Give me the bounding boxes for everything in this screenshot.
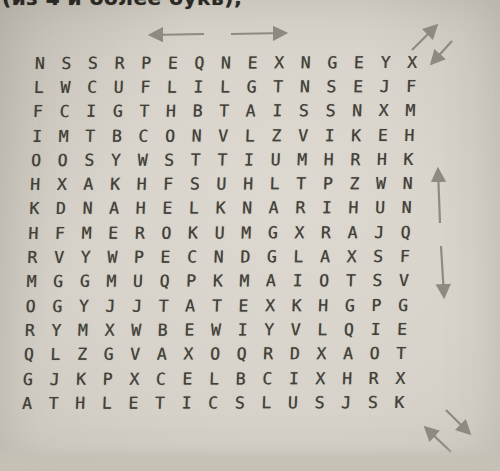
grid-cell: E: [174, 366, 202, 390]
grid-cell: S: [317, 99, 345, 123]
grid-cell: T: [387, 342, 415, 366]
grid-cell: R: [106, 51, 134, 75]
grid-cell: G: [44, 294, 72, 318]
grid-cell: T: [287, 172, 315, 196]
grid-cell: K: [283, 293, 311, 317]
grid-cell: U: [366, 196, 394, 220]
grid-cell: S: [290, 99, 318, 123]
grid-cell: V: [390, 269, 418, 293]
grid-cell: U: [206, 221, 234, 245]
grid-cell: M: [288, 147, 316, 171]
grid-cell: O: [361, 342, 389, 366]
grid-cell: L: [42, 342, 70, 366]
arrow-up-right: [412, 26, 436, 50]
grid-cell: M: [50, 124, 78, 148]
grid-cell: G: [71, 269, 99, 293]
grid-cell: C: [78, 75, 106, 99]
arrow-up: [438, 170, 440, 223]
grid-cell: N: [183, 123, 211, 147]
grid-cell: K: [207, 196, 235, 220]
grid-cell: W: [122, 318, 150, 342]
grid-cell: L: [200, 366, 228, 390]
grid-cell: R: [360, 366, 388, 390]
grid-cell: J: [97, 294, 125, 318]
grid-cell: E: [99, 221, 127, 245]
grid-cell: V: [210, 123, 238, 147]
grid-cell: U: [279, 390, 307, 414]
grid-cell: E: [388, 317, 416, 341]
grid-cell: E: [154, 196, 182, 220]
grid-cell: G: [336, 293, 364, 317]
grid-cell: K: [395, 147, 423, 171]
grid-cell: X: [96, 318, 124, 342]
grid-cell: X: [256, 293, 284, 317]
grid-cell: R: [19, 245, 47, 269]
grid-cell: L: [180, 196, 208, 220]
grid-cell: H: [333, 366, 361, 390]
grid-cell: O: [310, 269, 338, 293]
grid-cell: D: [232, 245, 260, 269]
grid-cell: H: [310, 293, 338, 317]
grid-cell: I: [229, 318, 257, 342]
grid-cell: P: [314, 172, 342, 196]
grid-cell: S: [226, 391, 254, 415]
grid-cell: O: [17, 294, 45, 318]
grid-cell: B: [227, 366, 255, 390]
grid-cell: Y: [43, 318, 71, 342]
grid-cell: B: [103, 124, 131, 148]
grid-cell: V: [45, 245, 73, 269]
grid-cell: E: [120, 391, 148, 415]
grid-cell: D: [281, 342, 309, 366]
grid-cell: L: [211, 75, 239, 99]
grid-cell: Q: [392, 220, 420, 244]
grid-cell: W: [52, 75, 80, 99]
grid-cell: N: [394, 171, 422, 195]
grid-cell: X: [370, 99, 398, 123]
grid-cell: R: [16, 318, 44, 342]
puzzle-instruction-text: (из 4 и более букв);: [2, 0, 242, 10]
grid-cell: L: [25, 75, 53, 99]
grid-cell: C: [178, 245, 206, 269]
grid-cell: Q: [335, 317, 363, 341]
grid-cell: I: [173, 391, 201, 415]
grid-cell: S: [181, 172, 209, 196]
paper-shadow-band: [0, 447, 500, 471]
grid-cell: M: [69, 318, 97, 342]
grid-cell: F: [132, 75, 160, 99]
grid-cell: C: [51, 99, 79, 123]
word-search-photo: (из 4 и более букв); NSSRPEQNEXNGEYXLWCU…: [0, 0, 500, 471]
arrow-right: [231, 33, 285, 34]
grid-cell: K: [179, 221, 207, 245]
grid-cell: P: [94, 367, 122, 391]
grid-cell: R: [287, 196, 315, 220]
grid-cell: M: [232, 220, 260, 244]
grid-cell: X: [286, 220, 314, 244]
grid-cell: J: [332, 390, 360, 414]
grid-cell: M: [98, 269, 126, 293]
grid-cell: G: [44, 270, 72, 294]
grid-cell: X: [265, 50, 293, 74]
grid-cell: G: [95, 342, 123, 366]
grid-cell: L: [261, 172, 289, 196]
grid-cell: F: [46, 221, 74, 245]
grid-cell: E: [239, 50, 267, 74]
grid-cell: T: [209, 148, 237, 172]
grid-cell: A: [339, 220, 367, 244]
grid-cell: A: [13, 391, 41, 415]
grid-cell: B: [149, 318, 177, 342]
grid-cell: R: [126, 221, 154, 245]
grid-cell: S: [318, 74, 346, 98]
grid-cell: B: [184, 99, 212, 123]
grid-cell: I: [362, 317, 390, 341]
grid-cell: U: [262, 147, 290, 171]
grid-cell: X: [121, 367, 149, 391]
grid-cell: G: [319, 50, 347, 74]
grid-cell: K: [101, 172, 129, 196]
grid-cell: P: [363, 293, 391, 317]
grid-cell: A: [257, 269, 285, 293]
grid-cell: S: [155, 148, 183, 172]
grid-cell: E: [159, 51, 187, 75]
grid-cell: H: [340, 196, 368, 220]
grid-cell: H: [128, 172, 156, 196]
grid-cell: U: [208, 172, 236, 196]
grid-cell: P: [125, 245, 153, 269]
grid-cell: G: [104, 99, 132, 123]
arrow-left: [151, 34, 204, 35]
grid-cell: Y: [255, 318, 283, 342]
grid-cell: A: [100, 197, 128, 221]
grid-cell: Q: [151, 269, 179, 293]
grid-cell: A: [334, 342, 362, 366]
grid-cell: I: [316, 123, 344, 147]
grid-cell: L: [309, 317, 337, 341]
grid-cell: E: [369, 123, 397, 147]
grid-cell: M: [18, 270, 46, 294]
grid-cell: Z: [341, 172, 369, 196]
grid-cell: O: [201, 342, 229, 366]
grid-cell: T: [40, 391, 68, 415]
grid-cell: Y: [372, 50, 400, 74]
grid-cell: A: [148, 342, 176, 366]
arrow-down: [441, 246, 444, 296]
grid-cell: O: [153, 221, 181, 245]
grid-cell: G: [14, 367, 42, 391]
grid-cell: I: [235, 148, 263, 172]
grid-cell: F: [391, 244, 419, 268]
grid-cell: I: [264, 99, 292, 123]
grid-cell: O: [49, 148, 77, 172]
grid-cell: E: [152, 245, 180, 269]
grid-cell: S: [359, 390, 387, 414]
grid-cell: A: [237, 99, 265, 123]
grid-cell: S: [79, 51, 107, 75]
grid-cell: N: [393, 196, 421, 220]
grid-cell: H: [315, 147, 343, 171]
grid-cell: V: [282, 317, 310, 341]
grid-cell: I: [284, 269, 312, 293]
grid-cell: Q: [15, 342, 43, 366]
grid-cell: S: [76, 148, 104, 172]
grid-cell: J: [41, 367, 69, 391]
grid-cell: H: [157, 99, 185, 123]
grid-cell: S: [365, 244, 393, 268]
grid-cell: H: [22, 172, 50, 196]
grid-cell: E: [230, 293, 258, 317]
grid-cell: R: [342, 147, 370, 171]
grid-cell: L: [158, 75, 186, 99]
grid-cell: K: [343, 123, 371, 147]
grid-cell: S: [53, 51, 81, 75]
grid-cell: R: [255, 342, 283, 366]
grid-cell: V: [289, 123, 317, 147]
grid-cell: H: [127, 196, 155, 220]
grid-cell: J: [365, 220, 393, 244]
grid-cell: H: [396, 123, 424, 147]
grid-cell: X: [398, 50, 426, 74]
grid-cell: N: [212, 50, 240, 74]
grid-cell: P: [132, 51, 160, 75]
grid-cell: N: [291, 75, 319, 99]
grid-cell: C: [199, 391, 227, 415]
grid-cell: Q: [186, 51, 214, 75]
grid-cell: S: [306, 390, 334, 414]
grid-cell: R: [312, 220, 340, 244]
grid-cell: W: [367, 172, 395, 196]
grid-cell: I: [313, 196, 341, 220]
grid-cell: P: [177, 269, 205, 293]
grid-cell: O: [156, 123, 184, 147]
grid-cell: A: [260, 196, 288, 220]
grid-cell: Y: [72, 245, 100, 269]
grid-cell: Y: [102, 148, 130, 172]
grid-cell: K: [386, 390, 414, 414]
grid-cell: Q: [228, 342, 256, 366]
grid-cell: N: [343, 99, 371, 123]
grid-cell: N: [233, 196, 261, 220]
grid-cell: J: [371, 74, 399, 98]
grid-cell: L: [236, 123, 264, 147]
grid-cell: M: [231, 269, 259, 293]
grid-cell: I: [185, 75, 213, 99]
grid-cell: Z: [263, 123, 291, 147]
grid-cell: Z: [68, 342, 96, 366]
grid-cell: N: [205, 245, 233, 269]
grid-cell: N: [292, 50, 320, 74]
grid-cell: H: [20, 221, 48, 245]
grid-cell: X: [175, 342, 203, 366]
grid-cell: M: [73, 221, 101, 245]
grid-cell: W: [202, 318, 230, 342]
grid-cell: H: [368, 147, 396, 171]
grid-cell: K: [204, 269, 232, 293]
grid-cell: U: [124, 269, 152, 293]
grid-cell: E: [176, 318, 204, 342]
grid-cell: K: [67, 367, 95, 391]
arrow-down-left: [432, 41, 452, 63]
grid-cell: T: [146, 391, 174, 415]
grid-cell: F: [155, 172, 183, 196]
grid-cell: K: [21, 197, 49, 221]
grid-cell: A: [177, 293, 205, 317]
grid-cell: G: [389, 293, 417, 317]
grid-cell: M: [397, 99, 425, 123]
grid-cell: G: [238, 75, 266, 99]
grid-cell: V: [122, 342, 150, 366]
grid-cell: I: [280, 366, 308, 390]
grid-cell: L: [285, 245, 313, 269]
grid-cell: A: [75, 172, 103, 196]
grid-cell: I: [77, 99, 105, 123]
grid-cell: U: [105, 75, 133, 99]
grid-cell: T: [77, 124, 105, 148]
grid-cell: G: [259, 220, 287, 244]
grid-cell: H: [67, 391, 95, 415]
grid-cell: L: [93, 391, 121, 415]
grid-cell: D: [47, 197, 75, 221]
grid-cell: T: [210, 99, 238, 123]
grid-cell: X: [307, 366, 335, 390]
grid-cell: C: [147, 366, 175, 390]
word-search-grid: NSSRPEQNEXNGEYXLWCUFLILGTNSEJFFCIGTHBTAI…: [13, 50, 426, 415]
grid-cell: T: [131, 99, 159, 123]
grid-cell: X: [308, 342, 336, 366]
grid-cell: O: [22, 148, 50, 172]
grid-cell: N: [26, 51, 54, 75]
grid-cell: J: [123, 294, 151, 318]
grid-cell: F: [24, 100, 52, 124]
grid-cell: E: [345, 50, 373, 74]
grid-cell: T: [203, 293, 231, 317]
grid-cell: G: [258, 245, 286, 269]
grid-cell: F: [398, 74, 426, 98]
grid-cell: H: [234, 172, 262, 196]
grid-cell: I: [23, 124, 51, 148]
grid-cell: X: [338, 244, 366, 268]
grid-cell: W: [129, 148, 157, 172]
grid-cell: T: [182, 148, 210, 172]
grid-cell: Y: [70, 294, 98, 318]
grid-cell: L: [253, 390, 281, 414]
grid-cell: A: [311, 245, 339, 269]
grid-cell: C: [254, 366, 282, 390]
grid-cell: T: [337, 269, 365, 293]
grid-cell: T: [265, 75, 293, 99]
grid-cell: N: [74, 197, 102, 221]
grid-cell: X: [387, 366, 415, 390]
grid-cell: X: [48, 172, 76, 196]
grid-cell: T: [150, 294, 178, 318]
grid-cell: E: [344, 74, 372, 98]
grid-cell: W: [99, 245, 127, 269]
grid-cell: C: [130, 124, 158, 148]
arrow-down-right: [446, 410, 469, 433]
grid-cell: S: [364, 269, 392, 293]
